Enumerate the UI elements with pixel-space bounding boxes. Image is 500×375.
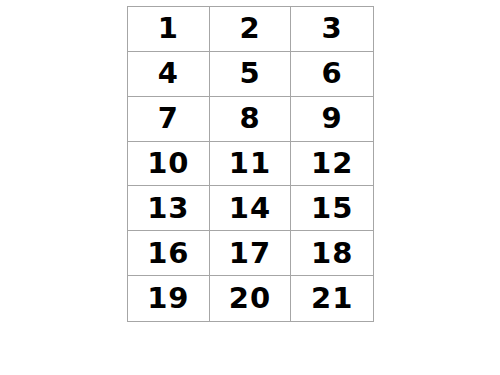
cell-number: 13 bbox=[147, 194, 189, 223]
grid-cell: 19 bbox=[128, 276, 210, 321]
grid-cell: 20 bbox=[210, 276, 292, 321]
cell-number: 6 bbox=[322, 59, 343, 88]
cell-number: 2 bbox=[239, 14, 260, 43]
number-grid: 123456789101112131415161718192021 bbox=[127, 6, 374, 322]
grid-cell: 17 bbox=[210, 231, 292, 276]
cell-number: 11 bbox=[229, 149, 271, 178]
cell-number: 4 bbox=[158, 59, 179, 88]
cell-number: 20 bbox=[229, 284, 271, 313]
cell-number: 18 bbox=[311, 239, 353, 268]
grid-cell: 21 bbox=[291, 276, 373, 321]
grid-cell: 15 bbox=[291, 186, 373, 231]
grid-cell: 11 bbox=[210, 142, 292, 187]
cell-number: 14 bbox=[229, 194, 271, 223]
cell-number: 17 bbox=[229, 239, 271, 268]
grid-cell: 4 bbox=[128, 52, 210, 97]
cell-number: 12 bbox=[311, 149, 353, 178]
cell-number: 16 bbox=[147, 239, 189, 268]
grid-cell: 14 bbox=[210, 186, 292, 231]
cell-number: 19 bbox=[147, 284, 189, 313]
grid-cell: 7 bbox=[128, 97, 210, 142]
cell-number: 3 bbox=[322, 14, 343, 43]
grid-cell: 8 bbox=[210, 97, 292, 142]
grid-cell: 12 bbox=[291, 142, 373, 187]
grid-cell: 2 bbox=[210, 7, 292, 52]
grid-cell: 6 bbox=[291, 52, 373, 97]
grid-cell: 18 bbox=[291, 231, 373, 276]
cell-number: 7 bbox=[158, 104, 179, 133]
cell-number: 21 bbox=[311, 284, 353, 313]
grid-cell: 10 bbox=[128, 142, 210, 187]
grid-cell: 3 bbox=[291, 7, 373, 52]
cell-number: 8 bbox=[239, 104, 260, 133]
cell-number: 5 bbox=[239, 59, 260, 88]
grid-cell: 9 bbox=[291, 97, 373, 142]
cell-number: 1 bbox=[158, 14, 179, 43]
grid-cell: 16 bbox=[128, 231, 210, 276]
cell-number: 15 bbox=[311, 194, 353, 223]
grid-cell: 5 bbox=[210, 52, 292, 97]
grid-cell: 1 bbox=[128, 7, 210, 52]
cell-number: 9 bbox=[322, 104, 343, 133]
cell-number: 10 bbox=[147, 149, 189, 178]
grid-cell: 13 bbox=[128, 186, 210, 231]
